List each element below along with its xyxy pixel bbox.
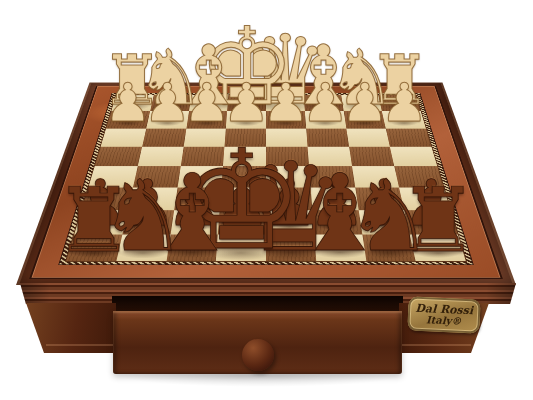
square-f3[interactable] <box>183 128 226 146</box>
brand-plaque: Dal Rossi Italy® <box>407 296 480 333</box>
square-g6[interactable] <box>128 187 178 210</box>
square-c8[interactable] <box>314 235 366 262</box>
square-e1[interactable] <box>227 95 266 111</box>
square-g4[interactable] <box>138 147 184 167</box>
square-c4[interactable] <box>307 147 351 167</box>
squares-grid <box>66 95 466 261</box>
square-f8[interactable] <box>166 235 218 262</box>
square-g7[interactable] <box>122 210 174 235</box>
square-e2[interactable] <box>226 111 266 128</box>
square-h1[interactable] <box>111 95 153 111</box>
square-f6[interactable] <box>174 187 222 210</box>
square-c3[interactable] <box>306 128 349 146</box>
square-c1[interactable] <box>303 95 343 111</box>
square-b3[interactable] <box>346 128 390 146</box>
chess-board <box>16 83 516 285</box>
square-g8[interactable] <box>116 235 170 262</box>
square-d7[interactable] <box>266 210 314 235</box>
square-d5[interactable] <box>266 166 310 187</box>
square-d1[interactable] <box>266 95 305 111</box>
square-f2[interactable] <box>186 111 227 128</box>
square-f1[interactable] <box>189 95 229 111</box>
square-b1[interactable] <box>341 95 382 111</box>
square-a1[interactable] <box>378 95 420 111</box>
square-h8[interactable] <box>66 235 122 262</box>
square-d4[interactable] <box>266 147 309 167</box>
square-e7[interactable] <box>218 210 266 235</box>
square-h3[interactable] <box>101 128 146 146</box>
square-d3[interactable] <box>266 128 307 146</box>
square-a7[interactable] <box>404 210 457 235</box>
square-c5[interactable] <box>309 166 355 187</box>
square-a3[interactable] <box>386 128 431 146</box>
square-b7[interactable] <box>358 210 410 235</box>
square-c6[interactable] <box>310 187 358 210</box>
square-g5[interactable] <box>133 166 181 187</box>
square-c7[interactable] <box>312 210 362 235</box>
square-e8[interactable] <box>216 235 266 262</box>
square-b5[interactable] <box>352 166 400 187</box>
square-f5[interactable] <box>177 166 223 187</box>
square-b2[interactable] <box>343 111 386 128</box>
square-c2[interactable] <box>305 111 346 128</box>
square-e5[interactable] <box>222 166 266 187</box>
square-h7[interactable] <box>74 210 127 235</box>
square-g1[interactable] <box>150 95 191 111</box>
square-h2[interactable] <box>106 111 150 128</box>
square-a8[interactable] <box>410 235 466 262</box>
square-a4[interactable] <box>390 147 437 167</box>
square-a5[interactable] <box>394 166 443 187</box>
square-f4[interactable] <box>180 147 224 167</box>
square-g2[interactable] <box>146 111 189 128</box>
square-h4[interactable] <box>95 147 142 167</box>
square-d8[interactable] <box>266 235 316 262</box>
square-d2[interactable] <box>266 111 306 128</box>
drawer-knob-icon[interactable] <box>242 339 274 371</box>
chess-set-photo: Dal Rossi Italy® ♜♞♝♛♚♝♞♜♟♟♟♟♟♟♟♟♟♟♟♟♟♟♟… <box>0 0 533 400</box>
square-b6[interactable] <box>355 187 405 210</box>
square-a2[interactable] <box>382 111 426 128</box>
square-e6[interactable] <box>220 187 266 210</box>
square-h6[interactable] <box>82 187 133 210</box>
square-a6[interactable] <box>399 187 450 210</box>
square-d6[interactable] <box>266 187 312 210</box>
square-g3[interactable] <box>142 128 186 146</box>
square-e3[interactable] <box>225 128 266 146</box>
square-e4[interactable] <box>223 147 266 167</box>
brand-country: Italy® <box>426 316 462 328</box>
square-f7[interactable] <box>170 210 220 235</box>
square-b8[interactable] <box>362 235 416 262</box>
square-h5[interactable] <box>88 166 137 187</box>
base-left-block <box>26 303 116 353</box>
square-b4[interactable] <box>349 147 395 167</box>
